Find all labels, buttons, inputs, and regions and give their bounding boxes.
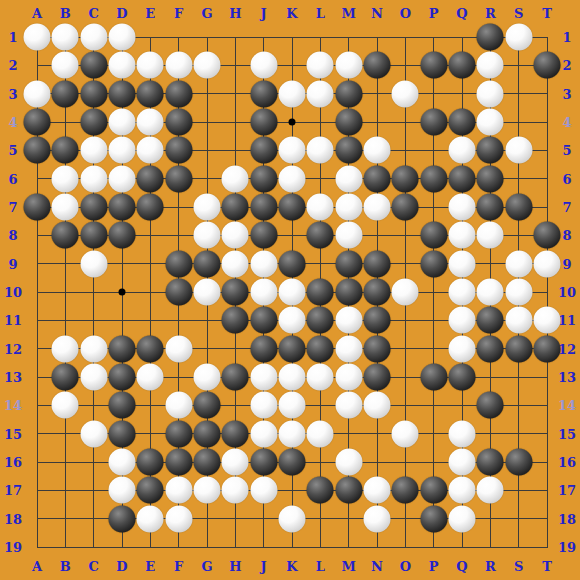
white-stone xyxy=(335,307,362,334)
column-label: B xyxy=(60,6,71,21)
white-stone xyxy=(279,392,306,419)
white-stone xyxy=(505,250,532,277)
black-stone xyxy=(364,364,391,391)
column-label: S xyxy=(514,6,523,21)
black-stone xyxy=(477,165,504,192)
black-stone xyxy=(80,80,107,107)
black-stone xyxy=(165,137,192,164)
white-stone xyxy=(477,52,504,79)
white-stone xyxy=(364,477,391,504)
row-label: 14 xyxy=(558,398,576,413)
black-stone xyxy=(335,109,362,136)
white-stone xyxy=(335,335,362,362)
white-stone xyxy=(194,52,221,79)
column-label: M xyxy=(341,559,355,574)
white-stone xyxy=(222,477,249,504)
column-label: C xyxy=(88,559,98,574)
white-stone xyxy=(109,449,136,476)
row-label: 12 xyxy=(558,341,576,356)
black-stone xyxy=(222,307,249,334)
white-stone xyxy=(24,80,51,107)
black-stone xyxy=(250,80,277,107)
row-label: 8 xyxy=(8,228,17,243)
white-stone xyxy=(80,335,107,362)
white-stone xyxy=(165,335,192,362)
white-stone xyxy=(534,307,561,334)
black-stone xyxy=(392,477,419,504)
black-stone xyxy=(52,222,79,249)
column-label: J xyxy=(261,6,267,21)
black-stone xyxy=(307,279,334,306)
white-stone xyxy=(392,279,419,306)
column-label: D xyxy=(116,559,127,574)
white-stone xyxy=(109,109,136,136)
white-stone xyxy=(364,392,391,419)
column-label: S xyxy=(514,559,523,574)
black-stone xyxy=(420,477,447,504)
white-stone xyxy=(137,52,164,79)
white-stone xyxy=(250,250,277,277)
black-stone xyxy=(80,194,107,221)
white-stone xyxy=(52,392,79,419)
white-stone xyxy=(364,137,391,164)
row-label: 12 xyxy=(4,341,22,356)
white-stone xyxy=(52,335,79,362)
column-label: A xyxy=(32,559,42,574)
white-stone xyxy=(534,250,561,277)
white-stone xyxy=(279,80,306,107)
white-stone xyxy=(52,24,79,51)
column-label: H xyxy=(229,6,241,21)
row-label: 1 xyxy=(562,30,571,45)
white-stone xyxy=(335,449,362,476)
black-stone xyxy=(250,222,277,249)
white-stone xyxy=(109,477,136,504)
column-label: G xyxy=(201,559,212,574)
white-stone xyxy=(335,392,362,419)
black-stone xyxy=(194,250,221,277)
black-stone xyxy=(165,80,192,107)
column-label: B xyxy=(60,559,71,574)
white-stone xyxy=(307,420,334,447)
white-stone xyxy=(250,279,277,306)
white-stone xyxy=(449,279,476,306)
white-stone xyxy=(109,137,136,164)
column-label: P xyxy=(429,559,439,574)
white-stone xyxy=(335,222,362,249)
white-stone xyxy=(279,137,306,164)
white-stone xyxy=(449,449,476,476)
column-label: M xyxy=(341,6,355,21)
black-stone xyxy=(137,449,164,476)
black-stone xyxy=(307,477,334,504)
row-label: 15 xyxy=(558,426,576,441)
white-stone xyxy=(165,477,192,504)
black-stone xyxy=(80,109,107,136)
row-label: 10 xyxy=(558,285,576,300)
go-board[interactable]: AABBCCDDEEFFGGHHJJKKLLMMNNOOPPQQRRSSTT11… xyxy=(0,0,580,580)
white-stone xyxy=(279,165,306,192)
black-stone xyxy=(24,109,51,136)
row-label: 3 xyxy=(8,86,17,101)
black-stone xyxy=(250,109,277,136)
black-stone xyxy=(307,335,334,362)
black-stone xyxy=(335,279,362,306)
column-label: J xyxy=(261,559,267,574)
black-stone xyxy=(250,137,277,164)
row-label: 2 xyxy=(562,58,571,73)
white-stone xyxy=(222,449,249,476)
white-stone xyxy=(222,222,249,249)
black-stone xyxy=(279,194,306,221)
black-stone xyxy=(109,194,136,221)
white-stone xyxy=(52,194,79,221)
black-stone xyxy=(109,335,136,362)
white-stone xyxy=(307,364,334,391)
column-label: T xyxy=(542,559,552,574)
white-stone xyxy=(250,477,277,504)
black-stone xyxy=(165,449,192,476)
black-stone xyxy=(335,250,362,277)
row-label: 8 xyxy=(562,228,571,243)
white-stone xyxy=(137,137,164,164)
row-label: 7 xyxy=(8,200,17,215)
white-stone xyxy=(80,165,107,192)
black-stone xyxy=(477,24,504,51)
row-label: 5 xyxy=(8,143,17,158)
black-stone xyxy=(392,194,419,221)
row-label: 2 xyxy=(8,58,17,73)
white-stone xyxy=(80,364,107,391)
black-stone xyxy=(194,449,221,476)
column-label: E xyxy=(145,559,155,574)
black-stone xyxy=(137,165,164,192)
black-stone xyxy=(165,165,192,192)
white-stone xyxy=(364,194,391,221)
row-label: 14 xyxy=(4,398,22,413)
column-label: H xyxy=(229,559,241,574)
black-stone xyxy=(109,420,136,447)
black-stone xyxy=(222,279,249,306)
black-stone xyxy=(194,420,221,447)
white-stone xyxy=(307,52,334,79)
black-stone xyxy=(250,165,277,192)
black-stone xyxy=(449,364,476,391)
row-label: 9 xyxy=(8,256,17,271)
black-stone xyxy=(52,137,79,164)
white-stone xyxy=(505,307,532,334)
white-stone xyxy=(137,505,164,532)
black-stone xyxy=(420,109,447,136)
column-label: D xyxy=(116,6,127,21)
black-stone xyxy=(279,449,306,476)
black-stone xyxy=(477,335,504,362)
white-stone xyxy=(52,52,79,79)
column-label: L xyxy=(316,6,325,21)
white-stone xyxy=(449,505,476,532)
row-label: 16 xyxy=(4,455,22,470)
column-label: E xyxy=(145,6,155,21)
black-stone xyxy=(109,505,136,532)
white-stone xyxy=(449,250,476,277)
black-stone xyxy=(364,250,391,277)
column-label: R xyxy=(485,559,496,574)
black-stone xyxy=(335,80,362,107)
white-stone xyxy=(279,307,306,334)
row-label: 19 xyxy=(4,540,22,555)
black-stone xyxy=(534,335,561,362)
grid-line xyxy=(547,37,548,548)
white-stone xyxy=(137,109,164,136)
black-stone xyxy=(24,194,51,221)
column-label: G xyxy=(201,6,212,21)
black-stone xyxy=(109,364,136,391)
white-stone xyxy=(307,194,334,221)
white-stone xyxy=(24,24,51,51)
black-stone xyxy=(279,335,306,362)
white-stone xyxy=(80,420,107,447)
black-stone xyxy=(250,449,277,476)
white-stone xyxy=(279,420,306,447)
column-label: Q xyxy=(456,6,467,21)
black-stone xyxy=(222,194,249,221)
column-label: L xyxy=(316,559,325,574)
black-stone xyxy=(534,52,561,79)
black-stone xyxy=(194,392,221,419)
white-stone xyxy=(250,420,277,447)
white-stone xyxy=(194,194,221,221)
black-stone xyxy=(80,222,107,249)
black-stone xyxy=(24,137,51,164)
black-stone xyxy=(364,165,391,192)
white-stone xyxy=(335,194,362,221)
white-stone xyxy=(364,505,391,532)
white-stone xyxy=(505,24,532,51)
row-label: 13 xyxy=(4,370,22,385)
black-stone xyxy=(165,279,192,306)
white-stone xyxy=(449,477,476,504)
row-label: 15 xyxy=(4,426,22,441)
white-stone xyxy=(307,80,334,107)
star-point xyxy=(289,119,296,126)
row-label: 9 xyxy=(562,256,571,271)
white-stone xyxy=(279,279,306,306)
black-stone xyxy=(109,222,136,249)
white-stone xyxy=(80,137,107,164)
white-stone xyxy=(52,165,79,192)
black-stone xyxy=(335,477,362,504)
column-label: N xyxy=(371,559,383,574)
white-stone xyxy=(80,24,107,51)
white-stone xyxy=(194,364,221,391)
black-stone xyxy=(477,137,504,164)
row-label: 6 xyxy=(562,171,571,186)
white-stone xyxy=(80,250,107,277)
white-stone xyxy=(392,420,419,447)
black-stone xyxy=(137,194,164,221)
black-stone xyxy=(80,52,107,79)
black-stone xyxy=(137,477,164,504)
white-stone xyxy=(335,52,362,79)
column-label: T xyxy=(542,6,552,21)
white-stone xyxy=(449,307,476,334)
column-label: F xyxy=(174,6,183,21)
black-stone xyxy=(364,307,391,334)
black-stone xyxy=(52,364,79,391)
black-stone xyxy=(420,505,447,532)
white-stone xyxy=(307,137,334,164)
grid-line xyxy=(37,547,548,548)
black-stone xyxy=(307,222,334,249)
black-stone xyxy=(449,165,476,192)
white-stone xyxy=(194,279,221,306)
white-stone xyxy=(505,279,532,306)
black-stone xyxy=(449,109,476,136)
black-stone xyxy=(250,307,277,334)
white-stone xyxy=(165,52,192,79)
row-label: 16 xyxy=(558,455,576,470)
white-stone xyxy=(222,165,249,192)
black-stone xyxy=(250,335,277,362)
white-stone xyxy=(449,335,476,362)
white-stone xyxy=(392,80,419,107)
white-stone xyxy=(194,222,221,249)
white-stone xyxy=(449,222,476,249)
white-stone xyxy=(449,137,476,164)
column-label: A xyxy=(32,6,42,21)
white-stone xyxy=(222,250,249,277)
black-stone xyxy=(420,364,447,391)
white-stone xyxy=(137,364,164,391)
column-label: C xyxy=(88,6,98,21)
column-label: K xyxy=(286,6,297,21)
column-label: P xyxy=(429,6,439,21)
black-stone xyxy=(165,250,192,277)
white-stone xyxy=(194,477,221,504)
black-stone xyxy=(335,137,362,164)
black-stone xyxy=(137,335,164,362)
black-stone xyxy=(52,80,79,107)
row-label: 3 xyxy=(562,86,571,101)
black-stone xyxy=(534,222,561,249)
black-stone xyxy=(307,307,334,334)
white-stone xyxy=(335,364,362,391)
white-stone xyxy=(109,24,136,51)
row-label: 19 xyxy=(558,540,576,555)
black-stone xyxy=(392,165,419,192)
white-stone xyxy=(449,194,476,221)
black-stone xyxy=(109,392,136,419)
white-stone xyxy=(250,52,277,79)
black-stone xyxy=(364,335,391,362)
white-stone xyxy=(279,364,306,391)
black-stone xyxy=(420,250,447,277)
white-stone xyxy=(335,165,362,192)
white-stone xyxy=(477,222,504,249)
star-point xyxy=(119,289,126,296)
column-label: R xyxy=(485,6,496,21)
black-stone xyxy=(222,420,249,447)
black-stone xyxy=(477,194,504,221)
white-stone xyxy=(477,477,504,504)
black-stone xyxy=(250,194,277,221)
black-stone xyxy=(420,222,447,249)
white-stone xyxy=(477,80,504,107)
row-label: 17 xyxy=(4,483,22,498)
white-stone xyxy=(165,505,192,532)
row-label: 1 xyxy=(8,30,17,45)
black-stone xyxy=(364,52,391,79)
black-stone xyxy=(449,52,476,79)
white-stone xyxy=(109,165,136,192)
row-label: 13 xyxy=(558,370,576,385)
black-stone xyxy=(109,80,136,107)
white-stone xyxy=(477,279,504,306)
black-stone xyxy=(420,165,447,192)
column-label: F xyxy=(174,559,183,574)
row-label: 17 xyxy=(558,483,576,498)
white-stone xyxy=(250,392,277,419)
row-label: 7 xyxy=(562,200,571,215)
white-stone xyxy=(477,109,504,136)
black-stone xyxy=(279,250,306,277)
white-stone xyxy=(279,505,306,532)
white-stone xyxy=(109,52,136,79)
black-stone xyxy=(505,335,532,362)
black-stone xyxy=(364,279,391,306)
row-label: 6 xyxy=(8,171,17,186)
row-label: 4 xyxy=(562,115,571,130)
white-stone xyxy=(449,420,476,447)
column-label: Q xyxy=(456,559,467,574)
column-label: N xyxy=(371,6,383,21)
black-stone xyxy=(222,364,249,391)
white-stone xyxy=(505,137,532,164)
white-stone xyxy=(165,392,192,419)
black-stone xyxy=(477,392,504,419)
black-stone xyxy=(477,449,504,476)
black-stone xyxy=(505,449,532,476)
row-label: 11 xyxy=(4,313,22,328)
black-stone xyxy=(477,307,504,334)
row-label: 18 xyxy=(558,511,576,526)
black-stone xyxy=(137,80,164,107)
black-stone xyxy=(420,52,447,79)
row-label: 10 xyxy=(4,285,22,300)
black-stone xyxy=(165,109,192,136)
row-label: 4 xyxy=(8,115,17,130)
row-label: 11 xyxy=(558,313,576,328)
white-stone xyxy=(250,364,277,391)
column-label: O xyxy=(400,6,411,21)
row-label: 5 xyxy=(562,143,571,158)
row-label: 18 xyxy=(4,511,22,526)
black-stone xyxy=(165,420,192,447)
column-label: K xyxy=(286,559,297,574)
black-stone xyxy=(505,194,532,221)
column-label: O xyxy=(400,559,411,574)
